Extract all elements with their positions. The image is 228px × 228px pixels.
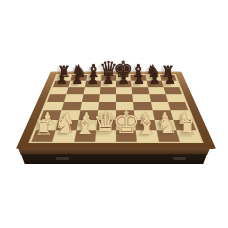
square-c6[interactable] <box>83 87 100 94</box>
square-c5[interactable] <box>82 94 100 102</box>
square-e6[interactable] <box>116 87 132 94</box>
piece-white-n-b1[interactable]: ♞ <box>54 114 75 138</box>
piece-black-p-e7[interactable]: ♟ <box>118 73 130 86</box>
board-front-edge <box>18 148 210 155</box>
square-e5[interactable] <box>116 94 133 102</box>
piece-black-p-h7[interactable]: ♟ <box>164 73 176 86</box>
square-h5[interactable] <box>165 94 185 102</box>
square-f5[interactable] <box>132 94 150 102</box>
box-latch-left <box>56 157 69 160</box>
square-h6[interactable] <box>163 87 182 94</box>
piece-white-b-f1[interactable]: ♝ <box>136 113 158 138</box>
piece-black-p-a7[interactable]: ♟ <box>56 73 68 86</box>
chess-set-product-photo: ♜♞♝♛♚♝♞♜♟♟♟♟♟♟♟♟♟♟♟♟♟♟♟♟♜♞♝♛♚♝♞♜ <box>0 0 228 228</box>
piece-white-n-g1[interactable]: ♞ <box>157 114 178 138</box>
piece-black-p-b7[interactable]: ♟ <box>71 73 83 86</box>
piece-black-p-g7[interactable]: ♟ <box>149 73 161 86</box>
piece-black-p-c7[interactable]: ♟ <box>87 73 99 86</box>
piece-black-p-f7[interactable]: ♟ <box>133 73 145 86</box>
square-b6[interactable] <box>67 87 85 94</box>
square-d5[interactable] <box>99 94 116 102</box>
square-b5[interactable] <box>64 94 83 102</box>
pieces-layer: ♜♞♝♛♚♝♞♜♟♟♟♟♟♟♟♟♟♟♟♟♟♟♟♟♜♞♝♛♚♝♞♜ <box>0 0 228 228</box>
box-latch-right <box>173 157 186 160</box>
square-d6[interactable] <box>100 87 116 94</box>
piece-black-p-d7[interactable]: ♟ <box>102 73 114 86</box>
piece-white-r-h1[interactable]: ♜ <box>178 116 197 138</box>
square-f6[interactable] <box>132 87 149 94</box>
piece-white-r-a1[interactable]: ♜ <box>34 116 53 138</box>
